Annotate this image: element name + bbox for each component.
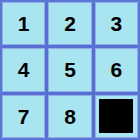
tile-5[interactable]: 5: [49, 49, 90, 90]
tile-4[interactable]: 4: [3, 49, 44, 90]
tile-6[interactable]: 6: [96, 49, 137, 90]
tile-7-label: 7: [18, 106, 30, 127]
empty-cell: [96, 96, 137, 137]
tile-1-label: 1: [18, 13, 30, 34]
tile-8-label: 8: [64, 106, 76, 127]
tile-4-label: 4: [18, 59, 30, 80]
tile-2[interactable]: 2: [49, 3, 90, 44]
tile-2-label: 2: [64, 13, 76, 34]
puzzle-board: 1 2 3 4 5 6 7 8: [0, 0, 140, 140]
blank-square: [99, 99, 133, 133]
tile-3-label: 3: [110, 13, 122, 34]
tile-7[interactable]: 7: [3, 96, 44, 137]
tile-8[interactable]: 8: [49, 96, 90, 137]
tile-1[interactable]: 1: [3, 3, 44, 44]
tile-3[interactable]: 3: [96, 3, 137, 44]
tile-5-label: 5: [64, 59, 76, 80]
tile-6-label: 6: [110, 59, 122, 80]
